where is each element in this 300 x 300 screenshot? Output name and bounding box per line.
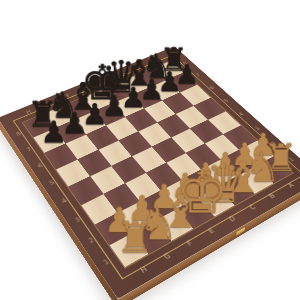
black-pawn-icon: ♟	[22, 118, 86, 146]
product-photo-scene: HGFEDCBA HGFEDCBA 87654321 87654321 ♜♞♝♛…	[0, 0, 300, 300]
chess-board: HGFEDCBA HGFEDCBA 87654321 87654321 ♜♞♝♛…	[0, 46, 300, 299]
white-rook-icon: ♜	[97, 218, 173, 259]
